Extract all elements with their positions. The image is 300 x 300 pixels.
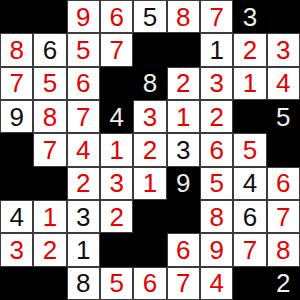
- black-cell-r2c5: [133, 33, 166, 66]
- black-cell-r8c5: [133, 233, 166, 266]
- cell-r3c9[interactable]: 4: [267, 67, 300, 100]
- black-cell-r9c2: [33, 267, 66, 300]
- cell-r4c7[interactable]: 2: [200, 100, 233, 133]
- black-cell-r1c9: [267, 0, 300, 33]
- cell-r2c7[interactable]: 1: [200, 33, 233, 66]
- cell-r1c7[interactable]: 7: [200, 0, 233, 33]
- cell-r9c3[interactable]: 8: [67, 267, 100, 300]
- cell-r1c5[interactable]: 5: [133, 0, 166, 33]
- black-cell-r8c4: [100, 233, 133, 266]
- black-cell-r2c6: [167, 33, 200, 66]
- black-cell-r7c5: [133, 200, 166, 233]
- black-cell-r4c4: 4: [100, 100, 133, 133]
- black-cell-r4c8: [233, 100, 266, 133]
- cell-r5c2[interactable]: 7: [33, 133, 66, 166]
- cell-r3c6[interactable]: 2: [167, 67, 200, 100]
- cell-r7c9[interactable]: 7: [267, 200, 300, 233]
- cell-r5c8[interactable]: 5: [233, 133, 266, 166]
- black-cell-r6c1: [0, 167, 33, 200]
- cell-r5c3[interactable]: 4: [67, 133, 100, 166]
- cell-r7c7[interactable]: 8: [200, 200, 233, 233]
- cell-r6c3[interactable]: 2: [67, 167, 100, 200]
- cell-r6c7[interactable]: 5: [200, 167, 233, 200]
- black-cell-r4c9: 5: [267, 100, 300, 133]
- cell-r7c3[interactable]: 3: [67, 200, 100, 233]
- cell-r6c5[interactable]: 1: [133, 167, 166, 200]
- black-cell-r3c5: 8: [133, 67, 166, 100]
- cell-r2c9[interactable]: 3: [267, 33, 300, 66]
- cell-r8c9[interactable]: 8: [267, 233, 300, 266]
- black-cell-r6c2: [33, 167, 66, 200]
- cell-r7c1[interactable]: 4: [0, 200, 33, 233]
- black-cell-r1c1: [0, 0, 33, 33]
- cell-r2c1[interactable]: 8: [0, 33, 33, 66]
- cell-r4c2[interactable]: 8: [33, 100, 66, 133]
- cell-r3c2[interactable]: 5: [33, 67, 66, 100]
- cell-r5c4[interactable]: 1: [100, 133, 133, 166]
- black-cell-r5c1: [0, 133, 33, 166]
- cell-r8c7[interactable]: 9: [200, 233, 233, 266]
- cell-r4c1[interactable]: 9: [0, 100, 33, 133]
- black-cell-r1c2: [33, 0, 66, 33]
- cell-r6c9[interactable]: 6: [267, 167, 300, 200]
- cell-r9c5[interactable]: 6: [133, 267, 166, 300]
- cell-r6c8[interactable]: 4: [233, 167, 266, 200]
- cell-r1c3[interactable]: 9: [67, 0, 100, 33]
- black-cell-r6c6: 9: [167, 167, 200, 200]
- cell-r8c6[interactable]: 6: [167, 233, 200, 266]
- cell-r7c2[interactable]: 1: [33, 200, 66, 233]
- black-cell-r9c8: [233, 267, 266, 300]
- cell-r3c3[interactable]: 6: [67, 67, 100, 100]
- cell-r8c2[interactable]: 2: [33, 233, 66, 266]
- cell-r3c1[interactable]: 7: [0, 67, 33, 100]
- cell-r1c6[interactable]: 8: [167, 0, 200, 33]
- cell-r8c3[interactable]: 1: [67, 233, 100, 266]
- cell-r5c7[interactable]: 6: [200, 133, 233, 166]
- cell-r5c5[interactable]: 2: [133, 133, 166, 166]
- cell-r4c6[interactable]: 1: [167, 100, 200, 133]
- black-cell-r7c6: [167, 200, 200, 233]
- cell-r6c4[interactable]: 3: [100, 167, 133, 200]
- cell-r8c1[interactable]: 3: [0, 233, 33, 266]
- black-cell-r9c1: [0, 267, 33, 300]
- black-cell-r1c8: 3: [233, 0, 266, 33]
- cell-r7c8[interactable]: 6: [233, 200, 266, 233]
- cell-r5c6[interactable]: 3: [167, 133, 200, 166]
- cell-r8c8[interactable]: 7: [233, 233, 266, 266]
- black-cell-r5c9: [267, 133, 300, 166]
- cell-r9c4[interactable]: 5: [100, 267, 133, 300]
- cell-r4c5[interactable]: 3: [133, 100, 166, 133]
- cell-r2c4[interactable]: 7: [100, 33, 133, 66]
- str8ts-board: 9658738657123756823149874312574123652319…: [0, 0, 300, 300]
- cell-r3c7[interactable]: 3: [200, 67, 233, 100]
- cell-r7c4[interactable]: 2: [100, 200, 133, 233]
- cell-r1c4[interactable]: 6: [100, 0, 133, 33]
- cell-r9c6[interactable]: 7: [167, 267, 200, 300]
- str8ts-app: 9658738657123756823149874312574123652319…: [0, 0, 300, 300]
- black-cell-r3c4: [100, 67, 133, 100]
- cell-r2c3[interactable]: 5: [67, 33, 100, 66]
- cell-r9c7[interactable]: 4: [200, 267, 233, 300]
- cell-r2c2[interactable]: 6: [33, 33, 66, 66]
- cell-r2c8[interactable]: 2: [233, 33, 266, 66]
- cell-r4c3[interactable]: 7: [67, 100, 100, 133]
- cell-r3c8[interactable]: 1: [233, 67, 266, 100]
- black-cell-r9c9: 2: [267, 267, 300, 300]
